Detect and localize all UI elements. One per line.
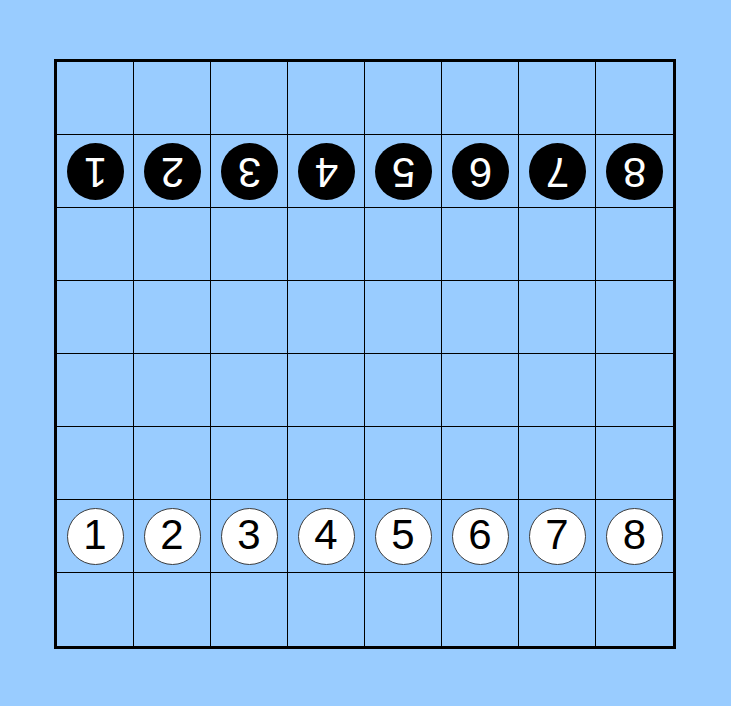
cell-h2[interactable]: 8 [596, 500, 673, 573]
cell-h7[interactable]: 8 [596, 135, 673, 208]
cell-h5[interactable] [596, 281, 673, 354]
cell-g7[interactable]: 7 [519, 135, 596, 208]
game-board: 1234567812345678 [54, 59, 676, 649]
cell-b2[interactable]: 2 [134, 500, 211, 573]
disc-number: 6 [468, 514, 491, 556]
disc-number: 5 [391, 151, 414, 193]
cell-d8[interactable] [288, 62, 365, 135]
cell-a2[interactable]: 1 [57, 500, 134, 573]
cell-f4[interactable] [442, 354, 519, 427]
cell-g8[interactable] [519, 62, 596, 135]
cell-d2[interactable]: 4 [288, 500, 365, 573]
cell-g5[interactable] [519, 281, 596, 354]
cell-g6[interactable] [519, 208, 596, 281]
disc-number: 2 [160, 151, 183, 193]
cell-c7[interactable]: 3 [211, 135, 288, 208]
black-disc-7[interactable]: 7 [529, 143, 586, 200]
cell-c8[interactable] [211, 62, 288, 135]
cell-a7[interactable]: 1 [57, 135, 134, 208]
cell-b8[interactable] [134, 62, 211, 135]
cell-h6[interactable] [596, 208, 673, 281]
disc-number: 4 [314, 151, 337, 193]
white-disc-2[interactable]: 2 [144, 508, 201, 565]
black-disc-5[interactable]: 5 [375, 143, 432, 200]
cell-e8[interactable] [365, 62, 442, 135]
cell-b6[interactable] [134, 208, 211, 281]
cell-a3[interactable] [57, 427, 134, 500]
black-disc-3[interactable]: 3 [221, 143, 278, 200]
disc-number: 7 [545, 151, 568, 193]
cell-g4[interactable] [519, 354, 596, 427]
cell-g1[interactable] [519, 573, 596, 646]
disc-number: 8 [623, 514, 646, 556]
cell-d3[interactable] [288, 427, 365, 500]
cell-b4[interactable] [134, 354, 211, 427]
cell-f1[interactable] [442, 573, 519, 646]
cell-d7[interactable]: 4 [288, 135, 365, 208]
cell-e4[interactable] [365, 354, 442, 427]
black-disc-2[interactable]: 2 [144, 143, 201, 200]
cell-h3[interactable] [596, 427, 673, 500]
cell-g3[interactable] [519, 427, 596, 500]
cell-h8[interactable] [596, 62, 673, 135]
cell-c6[interactable] [211, 208, 288, 281]
white-disc-4[interactable]: 4 [298, 508, 355, 565]
disc-number: 6 [468, 151, 491, 193]
white-disc-8[interactable]: 8 [606, 508, 663, 565]
disc-number: 3 [237, 514, 260, 556]
cell-e2[interactable]: 5 [365, 500, 442, 573]
cell-g2[interactable]: 7 [519, 500, 596, 573]
cell-c1[interactable] [211, 573, 288, 646]
cell-d1[interactable] [288, 573, 365, 646]
cell-a6[interactable] [57, 208, 134, 281]
disc-number: 7 [545, 514, 568, 556]
cell-f7[interactable]: 6 [442, 135, 519, 208]
cell-f3[interactable] [442, 427, 519, 500]
cell-e6[interactable] [365, 208, 442, 281]
cell-e3[interactable] [365, 427, 442, 500]
cell-f6[interactable] [442, 208, 519, 281]
cell-f5[interactable] [442, 281, 519, 354]
cell-h1[interactable] [596, 573, 673, 646]
cell-d5[interactable] [288, 281, 365, 354]
cell-f2[interactable]: 6 [442, 500, 519, 573]
cell-a4[interactable] [57, 354, 134, 427]
cell-a1[interactable] [57, 573, 134, 646]
black-disc-1[interactable]: 1 [67, 143, 124, 200]
white-disc-3[interactable]: 3 [221, 508, 278, 565]
cell-a8[interactable] [57, 62, 134, 135]
cell-b1[interactable] [134, 573, 211, 646]
white-disc-7[interactable]: 7 [529, 508, 586, 565]
cell-e5[interactable] [365, 281, 442, 354]
disc-number: 4 [314, 514, 337, 556]
cell-d4[interactable] [288, 354, 365, 427]
cell-e1[interactable] [365, 573, 442, 646]
cell-f8[interactable] [442, 62, 519, 135]
cell-h4[interactable] [596, 354, 673, 427]
white-disc-6[interactable]: 6 [452, 508, 509, 565]
cell-d6[interactable] [288, 208, 365, 281]
white-disc-5[interactable]: 5 [375, 508, 432, 565]
disc-number: 1 [83, 514, 106, 556]
disc-number: 5 [391, 514, 414, 556]
disc-number: 3 [237, 151, 260, 193]
black-disc-4[interactable]: 4 [298, 143, 355, 200]
disc-number: 2 [160, 514, 183, 556]
cell-b3[interactable] [134, 427, 211, 500]
cell-c2[interactable]: 3 [211, 500, 288, 573]
cell-c5[interactable] [211, 281, 288, 354]
cell-c3[interactable] [211, 427, 288, 500]
disc-number: 1 [83, 151, 106, 193]
black-disc-6[interactable]: 6 [452, 143, 509, 200]
cell-c4[interactable] [211, 354, 288, 427]
cell-a5[interactable] [57, 281, 134, 354]
white-disc-1[interactable]: 1 [67, 508, 124, 565]
cell-b7[interactable]: 2 [134, 135, 211, 208]
black-disc-8[interactable]: 8 [606, 143, 663, 200]
cell-e7[interactable]: 5 [365, 135, 442, 208]
cell-b5[interactable] [134, 281, 211, 354]
disc-number: 8 [623, 151, 646, 193]
